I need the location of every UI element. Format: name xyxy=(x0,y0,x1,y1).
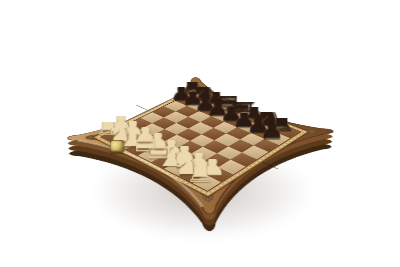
product-photo-scene: ♜♞♝♛♚♝♞♜♟♟♟♟♟♟♟♟♟♟♟♟♟♟♟♟♜♞♝♛♚♝♞♜ xyxy=(0,0,400,267)
piece-black-pawn[interactable]: ♟ xyxy=(263,124,281,142)
piece-white-rook[interactable]: ♜ xyxy=(190,167,210,187)
